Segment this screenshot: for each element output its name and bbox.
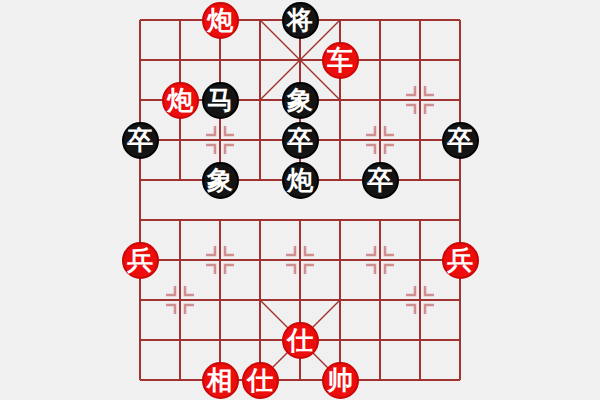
piece-black-cannon[interactable]: 炮	[282, 162, 319, 199]
piece-black-soldier[interactable]: 卒	[282, 122, 319, 159]
piece-red-advisor[interactable]: 仕	[242, 362, 279, 399]
xiangqi-board: 炮将车炮马象卒卒卒象炮卒兵兵仕相仕帅	[0, 0, 600, 400]
piece-red-cannon[interactable]: 炮	[162, 82, 199, 119]
piece-red-soldier[interactable]: 兵	[122, 242, 159, 279]
piece-red-advisor[interactable]: 仕	[282, 322, 319, 359]
piece-red-chariot[interactable]: 车	[322, 42, 359, 79]
piece-red-cannon[interactable]: 炮	[202, 2, 239, 39]
piece-black-soldier[interactable]: 卒	[362, 162, 399, 199]
piece-black-general[interactable]: 将	[282, 2, 319, 39]
piece-red-elephant[interactable]: 相	[202, 362, 239, 399]
piece-red-soldier[interactable]: 兵	[442, 242, 479, 279]
piece-black-elephant[interactable]: 象	[202, 162, 239, 199]
piece-black-horse[interactable]: 马	[202, 82, 239, 119]
piece-black-soldier[interactable]: 卒	[122, 122, 159, 159]
piece-red-general[interactable]: 帅	[322, 362, 359, 399]
piece-black-elephant[interactable]: 象	[282, 82, 319, 119]
piece-black-soldier[interactable]: 卒	[442, 122, 479, 159]
